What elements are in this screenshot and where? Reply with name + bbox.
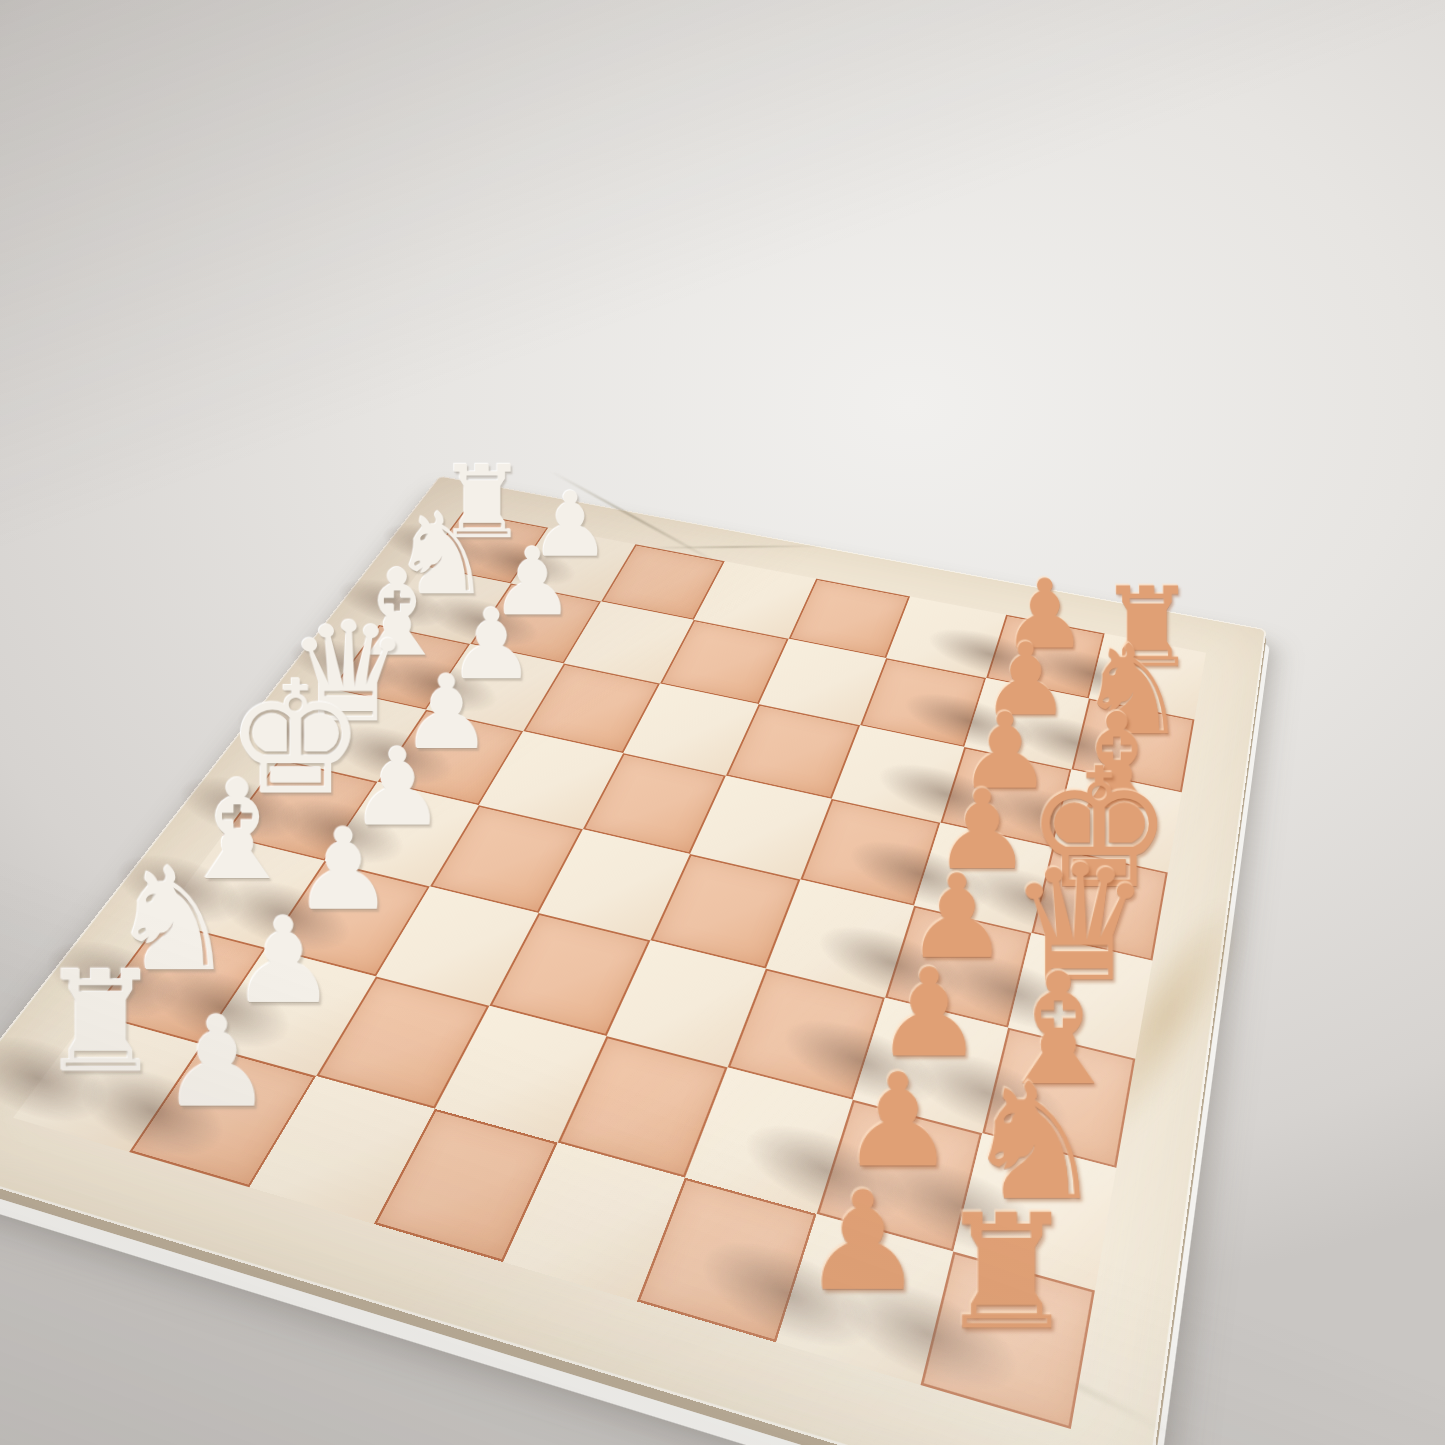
board-slab: ♜♟♟♜♞♟♟♞♝♟♟♝♛♟♟♚♚♟♟♛♝♟♟♝♞♟♟♞♜♟♟♜ bbox=[0, 476, 1266, 1445]
board-grid: ♜♟♟♜♞♟♟♞♝♟♟♝♛♟♟♚♚♟♟♛♝♟♟♝♞♟♟♞♜♟♟♜ bbox=[13, 512, 1206, 1430]
square-h8[interactable]: ♜ bbox=[921, 1252, 1095, 1430]
piece-peach-rook-h8[interactable]: ♜ bbox=[890, 1194, 1123, 1352]
piece-white-pawn-h2[interactable]: ♟ bbox=[112, 1000, 321, 1125]
marble-vein bbox=[645, 545, 825, 548]
photo-scene: { "game": "chess", "scene": "Overhead-an… bbox=[0, 0, 1445, 1445]
chess-photo-stage: ♜♟♟♜♞♟♟♞♝♟♟♝♛♟♟♚♚♟♟♛♝♟♟♝♞♟♟♞♜♟♟♜ bbox=[168, 332, 1212, 1376]
square-c5[interactable] bbox=[726, 704, 860, 799]
board-3d-tilt: ♜♟♟♜♞♟♟♞♝♟♟♝♛♟♟♚♚♟♟♛♝♟♟♝♞♟♟♞♜♟♟♜ bbox=[0, 476, 1266, 1445]
